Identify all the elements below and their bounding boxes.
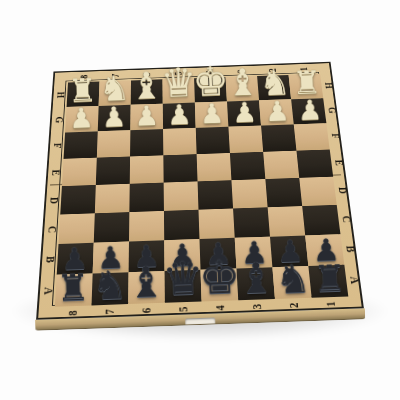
square-g3: ♟ bbox=[227, 100, 261, 126]
square-h3: ♝ bbox=[226, 76, 259, 101]
chess-board-frame: HH88GG77FF66EE55DD44CC33BB22AA11♜♞♝♛♚♝♞♜… bbox=[36, 62, 364, 320]
white-pawn: ♟ bbox=[232, 99, 257, 126]
square-g2: ♟ bbox=[259, 99, 294, 125]
square-b7: ♟ bbox=[93, 242, 129, 274]
photo-scene: HH88GG77FF66EE55DD44CC33BB22AA11♜♞♝♛♚♝♞♜… bbox=[0, 0, 400, 400]
square-h7: ♞ bbox=[99, 80, 131, 106]
square-g7: ♟ bbox=[98, 105, 131, 131]
square-b3: ♟ bbox=[235, 237, 273, 269]
square-b5: ♟ bbox=[164, 239, 200, 271]
square-c4 bbox=[198, 208, 234, 239]
chess-board-3d: HH88GG77FF66EE55DD44CC33BB22AA11♜♞♝♛♚♝♞♜… bbox=[36, 62, 364, 320]
square-b6: ♟ bbox=[129, 240, 165, 272]
white-pawn: ♟ bbox=[297, 97, 322, 124]
white-pawn: ♟ bbox=[264, 98, 289, 125]
square-a6: ♝ bbox=[128, 271, 165, 304]
square-e4 bbox=[197, 153, 232, 181]
square-e7 bbox=[96, 156, 130, 184]
square-a1: ♜ bbox=[308, 265, 348, 298]
square-f4 bbox=[196, 127, 230, 154]
square-d8 bbox=[60, 185, 96, 215]
square-g4: ♟ bbox=[195, 101, 229, 127]
square-c7 bbox=[94, 212, 130, 243]
square-h1: ♜ bbox=[289, 74, 324, 99]
square-c3 bbox=[233, 207, 270, 238]
square-h8: ♜ bbox=[67, 82, 100, 108]
white-pawn: ♟ bbox=[166, 101, 191, 128]
square-f2 bbox=[261, 124, 296, 151]
black-pawn: ♟ bbox=[204, 239, 232, 269]
square-f7 bbox=[97, 130, 131, 157]
white-pawn: ♟ bbox=[134, 103, 159, 130]
black-pawn: ♟ bbox=[240, 238, 268, 268]
square-e1 bbox=[296, 150, 333, 178]
black-pawn: ♟ bbox=[276, 237, 304, 267]
square-c8 bbox=[59, 213, 95, 244]
square-f5 bbox=[163, 128, 197, 155]
square-d7 bbox=[95, 184, 130, 214]
square-a5: ♛ bbox=[165, 270, 202, 303]
black-rook: ♜ bbox=[56, 270, 90, 306]
square-b2: ♟ bbox=[270, 235, 308, 267]
square-e2 bbox=[263, 151, 299, 179]
square-f3 bbox=[228, 126, 263, 153]
square-a7: ♞ bbox=[92, 272, 129, 305]
square-b8: ♟ bbox=[57, 243, 94, 275]
square-h2: ♞ bbox=[257, 75, 291, 100]
square-a3: ♝ bbox=[236, 267, 275, 300]
square-e6 bbox=[130, 155, 164, 183]
square-d2 bbox=[265, 178, 302, 207]
square-c6 bbox=[129, 211, 164, 242]
square-h5: ♛ bbox=[163, 78, 195, 104]
square-b4: ♟ bbox=[199, 238, 236, 270]
white-pawn: ♟ bbox=[101, 104, 126, 131]
square-d6 bbox=[129, 183, 164, 213]
square-d3 bbox=[231, 179, 267, 208]
square-b1: ♟ bbox=[305, 234, 344, 266]
square-e3 bbox=[230, 152, 265, 180]
black-pawn: ♟ bbox=[96, 243, 124, 273]
square-a2: ♞ bbox=[272, 266, 311, 299]
square-f6 bbox=[130, 129, 163, 156]
square-g5: ♟ bbox=[163, 103, 196, 129]
white-pawn: ♟ bbox=[199, 100, 224, 127]
square-g8: ♟ bbox=[65, 106, 99, 133]
square-d4 bbox=[198, 180, 234, 209]
square-h6: ♝ bbox=[131, 79, 163, 105]
black-pawn: ♟ bbox=[312, 235, 340, 265]
black-pawn: ♟ bbox=[60, 244, 88, 274]
square-d1 bbox=[299, 177, 336, 206]
square-g6: ♟ bbox=[130, 104, 163, 130]
square-a8: ♜ bbox=[55, 273, 93, 306]
square-c2 bbox=[268, 206, 306, 237]
square-g1: ♟ bbox=[291, 98, 326, 124]
square-e8 bbox=[62, 158, 97, 186]
black-pawn: ♟ bbox=[168, 240, 196, 270]
square-c5 bbox=[164, 210, 200, 241]
square-f1 bbox=[294, 123, 330, 150]
square-e5 bbox=[163, 154, 197, 182]
square-d5 bbox=[164, 181, 199, 210]
black-pawn: ♟ bbox=[132, 242, 160, 272]
square-c1 bbox=[302, 205, 340, 236]
square-a4: ♚ bbox=[201, 268, 239, 301]
square-h4: ♚ bbox=[194, 77, 227, 103]
white-pawn: ♟ bbox=[68, 105, 93, 132]
